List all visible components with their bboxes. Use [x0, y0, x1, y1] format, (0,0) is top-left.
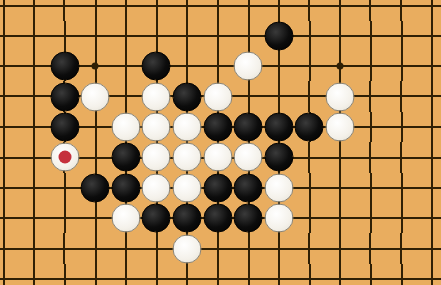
intersection-c14-r10[interactable]: [386, 264, 417, 285]
intersection-c3-r6[interactable]: [49, 142, 80, 172]
intersection-c8-r4[interactable]: [202, 81, 233, 111]
black-stone: [234, 173, 263, 202]
intersection-c5-r2[interactable]: [111, 21, 142, 51]
intersection-c9-r10[interactable]: [233, 264, 264, 285]
black-stone: [264, 113, 293, 142]
black-stone: [173, 82, 202, 111]
intersection-c10-r10[interactable]: [264, 264, 295, 285]
black-stone: [50, 82, 79, 111]
intersection-c10-r4[interactable]: [264, 81, 295, 111]
intersection-c5-r7[interactable]: [111, 173, 142, 203]
black-stone: [203, 113, 232, 142]
intersection-c15-r4[interactable]: [417, 81, 441, 111]
intersection-c11-r1[interactable]: [294, 0, 325, 21]
intersection-c7-r2[interactable]: [172, 21, 203, 51]
intersection-c12-r1[interactable]: [325, 0, 356, 21]
intersection-c4-r7[interactable]: [80, 173, 111, 203]
intersection-c7-r5[interactable]: [172, 112, 203, 142]
intersection-c2-r6[interactable]: [19, 142, 50, 172]
intersection-c11-r3[interactable]: [294, 51, 325, 81]
intersection-c14-r8[interactable]: [386, 203, 417, 233]
intersection-c13-r2[interactable]: [355, 21, 386, 51]
intersection-c2-r3[interactable]: [19, 51, 50, 81]
intersection-c13-r1[interactable]: [355, 0, 386, 21]
intersection-c5-r3[interactable]: [111, 51, 142, 81]
intersection-c5-r9[interactable]: [111, 233, 142, 263]
intersection-c12-r9[interactable]: [325, 233, 356, 263]
intersection-c7-r10[interactable]: [172, 264, 203, 285]
black-stone: [173, 204, 202, 233]
white-stone: [203, 143, 232, 172]
intersection-c14-r2[interactable]: [386, 21, 417, 51]
intersection-c1-r2[interactable]: [0, 21, 19, 51]
black-stone: [203, 204, 232, 233]
intersection-c13-r6[interactable]: [355, 142, 386, 172]
intersection-c1-r7[interactable]: [0, 173, 19, 203]
intersection-c4-r6[interactable]: [80, 142, 111, 172]
intersection-c14-r4[interactable]: [386, 81, 417, 111]
intersection-c1-r10[interactable]: [0, 264, 19, 285]
intersection-c5-r4[interactable]: [111, 81, 142, 111]
white-stone: [264, 173, 293, 202]
intersection-c15-r2[interactable]: [417, 21, 441, 51]
intersection-c14-r6[interactable]: [386, 142, 417, 172]
intersection-c4-r3[interactable]: [80, 51, 111, 81]
white-stone: [50, 143, 79, 172]
intersection-c6-r7[interactable]: [141, 173, 172, 203]
intersection-c12-r10[interactable]: [325, 264, 356, 285]
white-stone: [264, 204, 293, 233]
intersection-c11-r2[interactable]: [294, 21, 325, 51]
star-point: [92, 63, 99, 70]
intersection-c12-r4[interactable]: [325, 81, 356, 111]
intersection-c9-r6[interactable]: [233, 142, 264, 172]
intersection-c14-r9[interactable]: [386, 233, 417, 263]
white-stone: [111, 113, 140, 142]
intersection-c7-r4[interactable]: [172, 81, 203, 111]
intersection-c6-r8[interactable]: [141, 203, 172, 233]
black-stone: [234, 113, 263, 142]
intersection-c7-r7[interactable]: [172, 173, 203, 203]
intersection-c14-r7[interactable]: [386, 173, 417, 203]
intersection-c11-r7[interactable]: [294, 173, 325, 203]
black-stone: [111, 173, 140, 202]
intersection-c6-r6[interactable]: [141, 142, 172, 172]
intersection-c3-r7[interactable]: [49, 173, 80, 203]
intersection-c6-r9[interactable]: [141, 233, 172, 263]
white-stone: [326, 113, 355, 142]
red-circle-marker: [58, 151, 71, 164]
intersection-c2-r5[interactable]: [19, 112, 50, 142]
white-stone: [326, 82, 355, 111]
intersection-c8-r10[interactable]: [202, 264, 233, 285]
go-board-diagram: [0, 0, 441, 285]
intersection-c3-r1[interactable]: [49, 0, 80, 21]
intersection-c9-r2[interactable]: [233, 21, 264, 51]
intersection-c13-r9[interactable]: [355, 233, 386, 263]
intersection-c8-r6[interactable]: [202, 142, 233, 172]
intersection-c11-r6[interactable]: [294, 142, 325, 172]
intersection-c7-r1[interactable]: [172, 0, 203, 21]
intersection-c6-r10[interactable]: [141, 264, 172, 285]
intersection-c2-r2[interactable]: [19, 21, 50, 51]
intersection-c13-r8[interactable]: [355, 203, 386, 233]
intersection-c13-r7[interactable]: [355, 173, 386, 203]
intersection-c1-r6[interactable]: [0, 142, 19, 172]
intersection-c13-r3[interactable]: [355, 51, 386, 81]
intersection-c8-r7[interactable]: [202, 173, 233, 203]
intersection-c5-r5[interactable]: [111, 112, 142, 142]
go-board[interactable]: [0, 0, 441, 285]
intersection-c8-r9[interactable]: [202, 233, 233, 263]
intersection-c10-r5[interactable]: [264, 112, 295, 142]
intersection-c3-r5[interactable]: [49, 112, 80, 142]
intersection-c6-r5[interactable]: [141, 112, 172, 142]
intersection-c13-r5[interactable]: [355, 112, 386, 142]
intersection-c11-r10[interactable]: [294, 264, 325, 285]
intersection-c8-r8[interactable]: [202, 203, 233, 233]
intersection-c15-r5[interactable]: [417, 112, 441, 142]
intersection-c1-r8[interactable]: [0, 203, 19, 233]
intersection-c10-r8[interactable]: [264, 203, 295, 233]
intersection-c2-r8[interactable]: [19, 203, 50, 233]
intersection-c2-r10[interactable]: [19, 264, 50, 285]
intersection-c12-r3[interactable]: [325, 51, 356, 81]
intersection-c2-r4[interactable]: [19, 81, 50, 111]
white-stone: [173, 113, 202, 142]
intersection-c9-r7[interactable]: [233, 173, 264, 203]
intersection-c8-r3[interactable]: [202, 51, 233, 81]
intersection-c8-r5[interactable]: [202, 112, 233, 142]
intersection-c4-r10[interactable]: [80, 264, 111, 285]
white-stone: [234, 52, 263, 81]
intersection-c2-r9[interactable]: [19, 233, 50, 263]
intersection-c10-r1[interactable]: [264, 0, 295, 21]
intersection-c6-r2[interactable]: [141, 21, 172, 51]
intersection-c4-r1[interactable]: [80, 0, 111, 21]
intersection-c6-r4[interactable]: [141, 81, 172, 111]
intersection-c7-r3[interactable]: [172, 51, 203, 81]
white-stone: [142, 173, 171, 202]
intersection-c3-r2[interactable]: [49, 21, 80, 51]
intersection-c1-r9[interactable]: [0, 233, 19, 263]
black-stone: [295, 113, 324, 142]
intersection-c4-r5[interactable]: [80, 112, 111, 142]
white-stone: [173, 143, 202, 172]
intersection-c1-r5[interactable]: [0, 112, 19, 142]
intersection-c6-r1[interactable]: [141, 0, 172, 21]
intersection-c11-r4[interactable]: [294, 81, 325, 111]
intersection-c1-r3[interactable]: [0, 51, 19, 81]
intersection-c7-r9[interactable]: [172, 233, 203, 263]
intersection-c7-r8[interactable]: [172, 203, 203, 233]
intersection-c10-r2[interactable]: [264, 21, 295, 51]
intersection-c15-r3[interactable]: [417, 51, 441, 81]
intersection-c14-r5[interactable]: [386, 112, 417, 142]
intersection-c9-r8[interactable]: [233, 203, 264, 233]
intersection-c10-r3[interactable]: [264, 51, 295, 81]
black-stone: [81, 173, 110, 202]
intersection-c6-r3[interactable]: [141, 51, 172, 81]
intersection-c10-r9[interactable]: [264, 233, 295, 263]
black-stone: [234, 204, 263, 233]
intersection-c5-r10[interactable]: [111, 264, 142, 285]
intersection-c13-r4[interactable]: [355, 81, 386, 111]
intersection-c1-r4[interactable]: [0, 81, 19, 111]
intersection-c7-r6[interactable]: [172, 142, 203, 172]
black-stone: [50, 113, 79, 142]
white-stone: [173, 173, 202, 202]
intersection-c8-r2[interactable]: [202, 21, 233, 51]
intersection-c3-r3[interactable]: [49, 51, 80, 81]
intersection-c4-r9[interactable]: [80, 233, 111, 263]
intersection-c2-r1[interactable]: [19, 0, 50, 21]
intersection-c14-r1[interactable]: [386, 0, 417, 21]
intersection-c5-r8[interactable]: [111, 203, 142, 233]
intersection-c1-r1[interactable]: [0, 0, 19, 21]
intersection-c3-r9[interactable]: [49, 233, 80, 263]
intersection-c9-r1[interactable]: [233, 0, 264, 21]
intersection-c4-r2[interactable]: [80, 21, 111, 51]
intersection-c12-r7[interactable]: [325, 173, 356, 203]
intersection-c10-r7[interactable]: [264, 173, 295, 203]
intersection-c13-r10[interactable]: [355, 264, 386, 285]
black-stone: [203, 173, 232, 202]
black-stone: [111, 143, 140, 172]
intersection-c14-r3[interactable]: [386, 51, 417, 81]
intersection-c15-r7[interactable]: [417, 173, 441, 203]
intersection-c15-r9[interactable]: [417, 233, 441, 263]
star-point: [337, 63, 344, 70]
intersection-c4-r4[interactable]: [80, 81, 111, 111]
intersection-c12-r8[interactable]: [325, 203, 356, 233]
intersection-c5-r6[interactable]: [111, 142, 142, 172]
intersection-c11-r8[interactable]: [294, 203, 325, 233]
intersection-c15-r10[interactable]: [417, 264, 441, 285]
intersection-c3-r4[interactable]: [49, 81, 80, 111]
white-stone: [111, 204, 140, 233]
intersection-c3-r10[interactable]: [49, 264, 80, 285]
intersection-c15-r6[interactable]: [417, 142, 441, 172]
intersection-c12-r5[interactable]: [325, 112, 356, 142]
intersection-c9-r3[interactable]: [233, 51, 264, 81]
white-stone: [234, 143, 263, 172]
black-stone: [142, 52, 171, 81]
white-stone: [142, 82, 171, 111]
intersection-c3-r8[interactable]: [49, 203, 80, 233]
white-stone: [142, 113, 171, 142]
white-stone: [81, 82, 110, 111]
intersection-c9-r9[interactable]: [233, 233, 264, 263]
intersection-c4-r8[interactable]: [80, 203, 111, 233]
white-stone: [203, 82, 232, 111]
white-stone: [173, 234, 202, 263]
black-stone: [264, 143, 293, 172]
intersection-c12-r2[interactable]: [325, 21, 356, 51]
intersection-c8-r1[interactable]: [202, 0, 233, 21]
black-stone: [264, 21, 293, 50]
white-stone: [142, 143, 171, 172]
black-stone: [142, 204, 171, 233]
intersection-c15-r8[interactable]: [417, 203, 441, 233]
intersection-c2-r7[interactable]: [19, 173, 50, 203]
intersection-c11-r9[interactable]: [294, 233, 325, 263]
intersection-c11-r5[interactable]: [294, 112, 325, 142]
black-stone: [50, 52, 79, 81]
intersection-c9-r4[interactable]: [233, 81, 264, 111]
intersection-c12-r6[interactable]: [325, 142, 356, 172]
intersection-c10-r6[interactable]: [264, 142, 295, 172]
intersection-c15-r1[interactable]: [417, 0, 441, 21]
intersection-c9-r5[interactable]: [233, 112, 264, 142]
intersection-c5-r1[interactable]: [111, 0, 142, 21]
